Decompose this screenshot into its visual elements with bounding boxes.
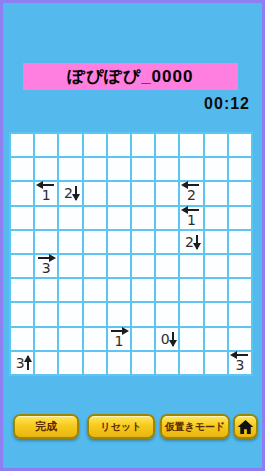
down-arrow-icon xyxy=(172,332,174,346)
clue-cell: 1 xyxy=(180,207,202,229)
grid-cell[interactable] xyxy=(132,279,154,301)
grid-cell[interactable] xyxy=(229,158,251,180)
grid-cell[interactable] xyxy=(132,158,154,180)
grid-cell[interactable] xyxy=(180,303,202,325)
clue-cell: 1 xyxy=(108,328,130,350)
grid-cell[interactable] xyxy=(132,352,154,374)
grid-cell[interactable] xyxy=(11,328,33,350)
grid-cell[interactable] xyxy=(205,303,227,325)
grid-cell[interactable] xyxy=(84,303,106,325)
left-arrow-icon xyxy=(183,184,199,186)
grid-cell[interactable] xyxy=(156,352,178,374)
grid-cell[interactable] xyxy=(11,134,33,156)
right-arrow-icon xyxy=(38,257,54,259)
grid-cell[interactable] xyxy=(11,182,33,204)
left-arrow-icon xyxy=(38,184,54,186)
grid-cell[interactable] xyxy=(108,134,130,156)
grid-cell[interactable] xyxy=(11,303,33,325)
clue-cell: 0 xyxy=(156,328,178,350)
grid-cell[interactable] xyxy=(205,328,227,350)
home-icon xyxy=(237,419,254,435)
grid-cell[interactable] xyxy=(205,352,227,374)
grid-cell[interactable] xyxy=(59,158,81,180)
grid-cell[interactable] xyxy=(132,231,154,253)
app-screen: ぽぴぽぴ_0000 00:12 1221231033 完成 リセット 仮置きモー… xyxy=(0,0,265,471)
grid-cell[interactable] xyxy=(180,352,202,374)
grid-cell[interactable] xyxy=(35,279,57,301)
grid-cell[interactable] xyxy=(35,134,57,156)
down-arrow-icon xyxy=(196,235,198,249)
grid-cell[interactable] xyxy=(180,328,202,350)
grid-cell[interactable] xyxy=(59,255,81,277)
grid-cell[interactable] xyxy=(84,182,106,204)
grid-cell[interactable] xyxy=(229,255,251,277)
grid-cell[interactable] xyxy=(11,279,33,301)
grid-cell[interactable] xyxy=(108,207,130,229)
grid-cell[interactable] xyxy=(180,255,202,277)
grid-cell[interactable] xyxy=(156,134,178,156)
grid-cell[interactable] xyxy=(156,158,178,180)
timer: 00:12 xyxy=(204,95,250,113)
grid-cell[interactable] xyxy=(59,328,81,350)
grid-cell[interactable] xyxy=(132,303,154,325)
grid-cell[interactable] xyxy=(229,134,251,156)
grid-cell[interactable] xyxy=(108,279,130,301)
grid-cell[interactable] xyxy=(229,207,251,229)
grid-cell[interactable] xyxy=(108,303,130,325)
grid-cell[interactable] xyxy=(132,328,154,350)
clue-cell: 2 xyxy=(59,182,81,204)
grid-cell[interactable] xyxy=(59,352,81,374)
left-arrow-icon xyxy=(232,354,248,356)
grid-cell[interactable] xyxy=(11,207,33,229)
grid-cell[interactable] xyxy=(205,231,227,253)
clue-number: 3 xyxy=(235,358,244,372)
puzzle-title-banner: ぽぴぽぴ_0000 xyxy=(23,63,238,90)
home-button[interactable] xyxy=(233,414,258,439)
puzzle-grid: 1221231033 xyxy=(9,132,253,376)
clue-cell: 3 xyxy=(11,352,33,374)
grid-cell[interactable] xyxy=(84,279,106,301)
grid-cell[interactable] xyxy=(180,279,202,301)
grid-cell[interactable] xyxy=(35,158,57,180)
clue-number: 3 xyxy=(42,261,51,275)
grid-cell[interactable] xyxy=(229,279,251,301)
down-arrow-icon xyxy=(75,186,77,200)
grid-cell[interactable] xyxy=(156,231,178,253)
reset-button[interactable]: リセット xyxy=(87,414,155,439)
grid-cell[interactable] xyxy=(35,352,57,374)
grid-cell[interactable] xyxy=(11,231,33,253)
grid-cell[interactable] xyxy=(84,352,106,374)
grid-cell[interactable] xyxy=(84,207,106,229)
grid-cell[interactable] xyxy=(180,158,202,180)
grid-cell[interactable] xyxy=(156,279,178,301)
grid-cell[interactable] xyxy=(156,182,178,204)
grid-cell[interactable] xyxy=(229,182,251,204)
clue-cell: 2 xyxy=(180,231,202,253)
grid-cell[interactable] xyxy=(84,134,106,156)
grid-cell[interactable] xyxy=(132,255,154,277)
grid-cell[interactable] xyxy=(11,158,33,180)
grid-cell[interactable] xyxy=(108,182,130,204)
grid-cell[interactable] xyxy=(205,255,227,277)
clue-cell: 3 xyxy=(229,352,251,374)
grid-cell[interactable] xyxy=(11,255,33,277)
grid-cell[interactable] xyxy=(35,303,57,325)
grid-cell[interactable] xyxy=(59,303,81,325)
grid-cell[interactable] xyxy=(84,231,106,253)
puzzle-title: ぽぴぽぴ_0000 xyxy=(68,65,194,88)
grid-cell[interactable] xyxy=(132,207,154,229)
clue-number: 1 xyxy=(187,213,196,227)
grid-cell[interactable] xyxy=(132,134,154,156)
clue-number: 1 xyxy=(114,334,123,348)
grid-cell[interactable] xyxy=(108,352,130,374)
grid-cell[interactable] xyxy=(205,182,227,204)
grid-cell[interactable] xyxy=(229,231,251,253)
grid-cell[interactable] xyxy=(108,255,130,277)
grid-cell[interactable] xyxy=(156,303,178,325)
up-arrow-icon xyxy=(27,356,29,370)
right-arrow-icon xyxy=(111,330,127,332)
grid-cell[interactable] xyxy=(35,328,57,350)
grid-cell[interactable] xyxy=(205,279,227,301)
grid-cell[interactable] xyxy=(59,134,81,156)
grid-cell[interactable] xyxy=(229,328,251,350)
grid-cell[interactable] xyxy=(205,158,227,180)
clue-cell: 3 xyxy=(35,255,57,277)
grid-cell[interactable] xyxy=(84,158,106,180)
grid-cell[interactable] xyxy=(132,182,154,204)
grid-cell[interactable] xyxy=(84,255,106,277)
clue-cell: 1 xyxy=(35,182,57,204)
grid-cell[interactable] xyxy=(156,255,178,277)
clue-number: 2 xyxy=(187,188,196,202)
complete-button[interactable]: 完成 xyxy=(13,414,79,439)
grid-cell[interactable] xyxy=(229,303,251,325)
clue-cell: 2 xyxy=(180,182,202,204)
left-arrow-icon xyxy=(183,209,199,211)
grid-cell[interactable] xyxy=(108,231,130,253)
grid-cell[interactable] xyxy=(59,207,81,229)
clue-number: 1 xyxy=(42,188,51,202)
grid-cell[interactable] xyxy=(205,207,227,229)
grid-cell[interactable] xyxy=(35,231,57,253)
grid-cell[interactable] xyxy=(205,134,227,156)
grid-cell[interactable] xyxy=(59,279,81,301)
grid-cell[interactable] xyxy=(108,158,130,180)
temp-mode-button[interactable]: 仮置きモード xyxy=(160,414,230,439)
grid-cell[interactable] xyxy=(35,207,57,229)
grid-cell[interactable] xyxy=(156,207,178,229)
grid-cell[interactable] xyxy=(180,134,202,156)
grid-cell[interactable] xyxy=(84,328,106,350)
grid-cell[interactable] xyxy=(59,231,81,253)
